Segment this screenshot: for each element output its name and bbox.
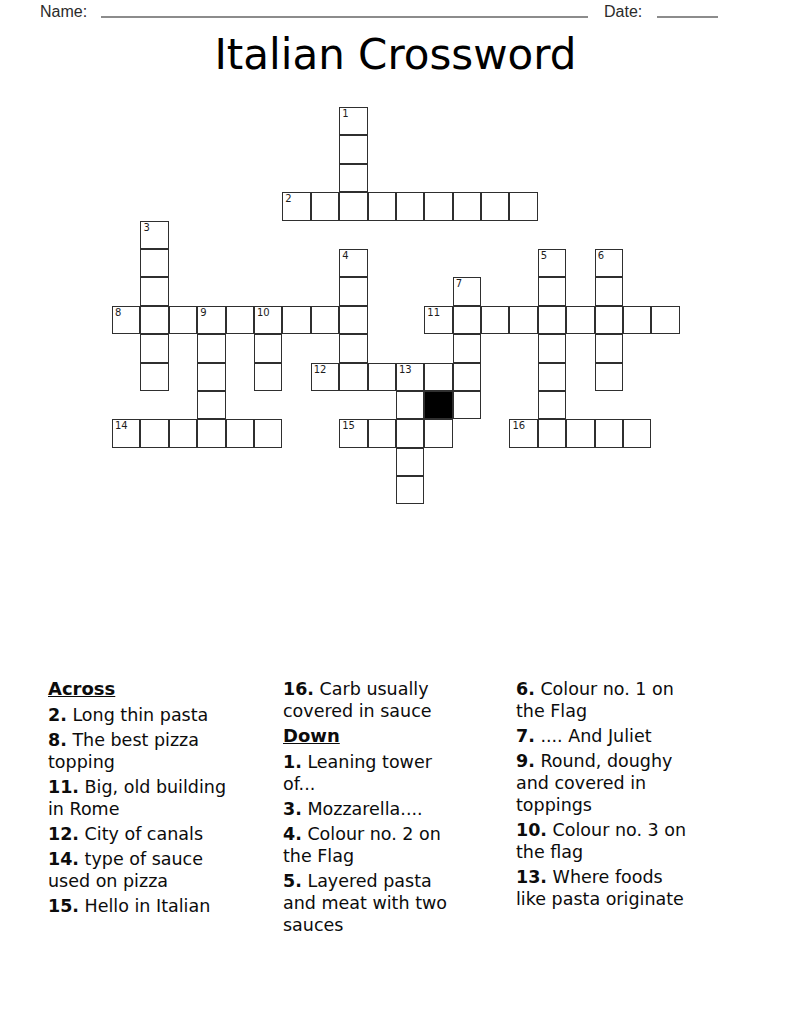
grid-cell[interactable] (453, 391, 481, 419)
grid-cell[interactable] (538, 277, 566, 305)
grid-cell[interactable] (197, 363, 225, 391)
grid-cell[interactable] (140, 306, 168, 334)
clue-down-1: 1. Leaning tower of... (283, 751, 464, 795)
clue-number-label: 12 (314, 364, 327, 375)
clue-number-label: 11 (427, 307, 440, 318)
grid-cell[interactable] (339, 277, 367, 305)
grid-cell[interactable] (311, 306, 339, 334)
grid-cell[interactable] (566, 306, 594, 334)
grid-cell[interactable] (651, 306, 679, 334)
grid-cell[interactable] (226, 306, 254, 334)
clue-number: 2. (48, 705, 67, 725)
grid-cell[interactable] (396, 391, 424, 419)
clue-number: 3. (283, 799, 302, 819)
grid-cell[interactable]: 12 (311, 363, 339, 391)
clue-number-label: 15 (342, 420, 355, 431)
grid-cell[interactable]: 11 (424, 306, 452, 334)
clue-across-2: 2. Long thin pasta (48, 704, 226, 726)
grid-cell[interactable] (140, 419, 168, 447)
clue-number: 1. (283, 752, 302, 772)
grid-cell[interactable] (424, 419, 452, 447)
black-cell (424, 391, 452, 419)
clue-number: 11. (48, 777, 79, 797)
grid-cell[interactable] (339, 363, 367, 391)
clue-across-12: 12. City of canals (48, 823, 226, 845)
clue-down-9: 9. Round, doughy and covered in toppings (516, 750, 693, 816)
clue-number: 4. (283, 824, 302, 844)
grid-cell[interactable] (509, 306, 537, 334)
grid-cell[interactable] (339, 192, 367, 220)
grid-cell[interactable] (481, 192, 509, 220)
clue-number-label: 7 (456, 278, 462, 289)
grid-cell[interactable]: 5 (538, 249, 566, 277)
grid-cell[interactable]: 9 (197, 306, 225, 334)
clue-number-label: 16 (512, 420, 525, 431)
grid-cell[interactable] (254, 334, 282, 362)
clue-number: 16. (283, 679, 314, 699)
grid-cell[interactable]: 10 (254, 306, 282, 334)
grid-cell[interactable] (453, 192, 481, 220)
grid-cell[interactable] (197, 391, 225, 419)
clue-number-label: 2 (285, 193, 291, 204)
clue-across-15: 15. Hello in Italian (48, 895, 226, 917)
grid-cell[interactable] (368, 192, 396, 220)
grid-cell[interactable] (140, 249, 168, 277)
clue-down-7: 7. .... And Juliet (516, 725, 693, 747)
grid-cell[interactable]: 16 (509, 419, 537, 447)
clue-across-16: 16. Carb usually covered in sauce (283, 678, 464, 722)
worksheet-page: Name: Date: Italian Crossword 1234567891… (0, 0, 791, 1024)
grid-cell[interactable] (197, 419, 225, 447)
clue-number-label: 14 (115, 420, 128, 431)
down-header: Down (283, 725, 464, 747)
across-header: Across (48, 678, 226, 700)
grid-cell[interactable] (595, 334, 623, 362)
grid-cell[interactable] (453, 334, 481, 362)
grid-cell[interactable] (254, 363, 282, 391)
grid-cell[interactable] (396, 192, 424, 220)
grid-cell[interactable] (424, 192, 452, 220)
grid-cell[interactable] (424, 363, 452, 391)
clue-number: 9. (516, 751, 535, 771)
grid-cell[interactable] (595, 419, 623, 447)
grid-cell[interactable] (623, 306, 651, 334)
grid-cell[interactable] (339, 164, 367, 192)
grid-cell[interactable] (339, 334, 367, 362)
clue-number: 12. (48, 824, 79, 844)
grid-cell[interactable] (566, 419, 594, 447)
clue-number-label: 10 (257, 307, 270, 318)
clues-column-2: 16. Carb usually covered in sauceDown1. … (283, 678, 464, 939)
grid-cell[interactable]: 13 (396, 363, 424, 391)
name-label: Name: (40, 3, 87, 21)
clue-across-8: 8. The best pizza topping (48, 729, 226, 773)
grid-cell[interactable]: 2 (282, 192, 310, 220)
grid-cell[interactable] (396, 476, 424, 504)
clue-number: 7. (516, 726, 535, 746)
clue-down-6: 6. Colour no. 1 on the Flag (516, 678, 693, 722)
grid-cell[interactable] (339, 135, 367, 163)
grid-cell[interactable] (396, 419, 424, 447)
grid-cell[interactable]: 15 (339, 419, 367, 447)
grid-cell[interactable] (481, 306, 509, 334)
grid-cell[interactable] (595, 363, 623, 391)
grid-cell[interactable] (140, 277, 168, 305)
grid-cell[interactable] (169, 419, 197, 447)
grid-cell[interactable]: 4 (339, 249, 367, 277)
grid-cell[interactable]: 6 (595, 249, 623, 277)
grid-cell[interactable] (282, 306, 310, 334)
clue-down-5: 5. Layered pasta and meat with two sauce… (283, 870, 464, 936)
grid-cell[interactable] (538, 419, 566, 447)
grid-cell[interactable] (339, 306, 367, 334)
clue-down-3: 3. Mozzarella.... (283, 798, 464, 820)
grid-cell[interactable] (509, 192, 537, 220)
clue-number: 13. (516, 867, 547, 887)
grid-cell[interactable] (538, 306, 566, 334)
clue-number: 5. (283, 871, 302, 891)
grid-cell[interactable]: 7 (453, 277, 481, 305)
clue-number-label: 1 (342, 108, 348, 119)
clue-number-label: 8 (115, 307, 121, 318)
grid-cell[interactable] (140, 334, 168, 362)
clues-column-1: Across2. Long thin pasta8. The best pizz… (48, 678, 226, 920)
grid-cell[interactable] (623, 419, 651, 447)
clue-number-label: 6 (598, 250, 604, 261)
clue-number: 14. (48, 849, 79, 869)
clues-column-3: 6. Colour no. 1 on the Flag7. .... And J… (516, 678, 693, 913)
grid-cell[interactable] (396, 448, 424, 476)
grid-cell[interactable] (226, 419, 254, 447)
grid-cell[interactable] (368, 419, 396, 447)
clue-number: 8. (48, 730, 67, 750)
clue-down-10: 10. Colour no. 3 on the flag (516, 819, 693, 863)
grid-cell[interactable]: 1 (339, 107, 367, 135)
date-input-line[interactable] (657, 16, 718, 18)
clue-number: 10. (516, 820, 547, 840)
grid-cell[interactable] (197, 334, 225, 362)
date-label: Date: (604, 3, 642, 21)
grid-cell[interactable] (453, 306, 481, 334)
grid-cell[interactable] (140, 363, 168, 391)
grid-cell[interactable] (538, 334, 566, 362)
clue-number-label: 5 (541, 250, 547, 261)
puzzle-title: Italian Crossword (0, 30, 791, 79)
clue-down-4: 4. Colour no. 2 on the Flag (283, 823, 464, 867)
clue-number-label: 3 (143, 222, 149, 233)
grid-cell[interactable]: 8 (112, 306, 140, 334)
grid-cell[interactable] (538, 391, 566, 419)
grid-cell[interactable] (453, 363, 481, 391)
clue-number-label: 9 (200, 307, 206, 318)
crossword-grid: 12345678910111213141516 (112, 107, 680, 504)
clue-down-13: 13. Where foods like pasta originate (516, 866, 693, 910)
grid-cell[interactable] (595, 306, 623, 334)
grid-cell[interactable] (254, 419, 282, 447)
grid-cell[interactable] (169, 306, 197, 334)
clue-across-14: 14. type of sauce used on pizza (48, 848, 226, 892)
grid-cell[interactable]: 14 (112, 419, 140, 447)
grid-cell[interactable]: 3 (140, 221, 168, 249)
clue-number-label: 13 (399, 364, 412, 375)
clue-number-label: 4 (342, 250, 348, 261)
grid-cell[interactable] (311, 192, 339, 220)
grid-cell[interactable] (595, 277, 623, 305)
clue-number: 15. (48, 896, 79, 916)
name-input-line[interactable] (101, 16, 588, 18)
clue-number: 6. (516, 679, 535, 699)
clue-across-11: 11. Big, old building in Rome (48, 776, 226, 820)
grid-cell[interactable] (368, 363, 396, 391)
grid-cell[interactable] (538, 363, 566, 391)
